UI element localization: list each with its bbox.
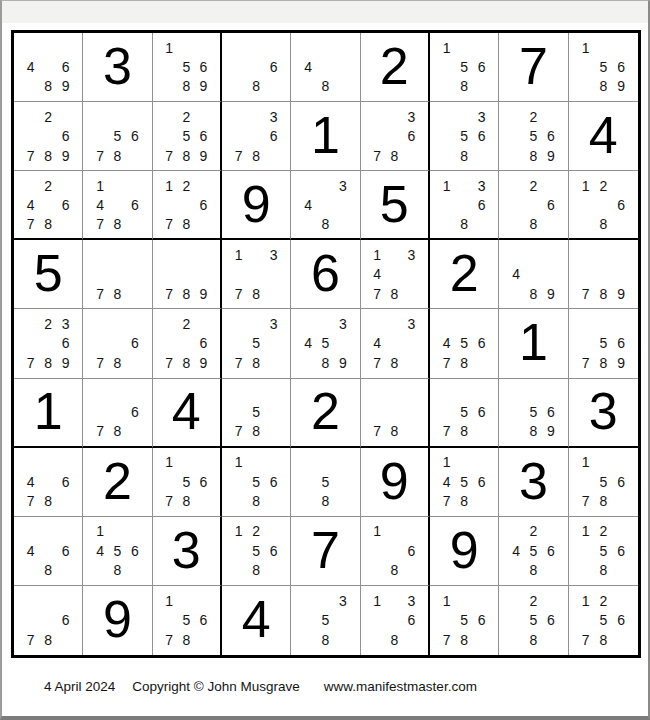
candidate-8: 8 xyxy=(178,491,195,510)
candidate-grid: 268 xyxy=(499,171,567,238)
candidate-8: 8 xyxy=(386,146,403,165)
cell-r6c9[interactable]: 3 xyxy=(569,379,638,448)
candidate-grid: 24568 xyxy=(499,517,567,585)
cell-r2c1[interactable]: 26789 xyxy=(14,102,83,171)
candidate-9: 9 xyxy=(612,77,630,96)
candidate-8: 8 xyxy=(594,561,612,580)
given-digit: 5 xyxy=(380,178,409,230)
candidate-grid: 14678 xyxy=(83,171,151,238)
candidate-3: 3 xyxy=(334,314,351,333)
candidate-8: 8 xyxy=(455,214,472,233)
given-digit: 4 xyxy=(589,109,618,161)
cell-r3c1[interactable]: 24678 xyxy=(14,171,83,240)
cell-r9c2[interactable]: 9 xyxy=(83,586,152,655)
candidate-grid: 25689 xyxy=(499,102,567,170)
candidate-8: 8 xyxy=(247,422,264,441)
cell-r3c7[interactable]: 1368 xyxy=(430,171,499,240)
candidate-grid: 12568 xyxy=(222,517,290,585)
candidate-grid: 5689 xyxy=(499,379,567,446)
candidate-grid: 26789 xyxy=(153,309,220,377)
candidate-grid: 1568 xyxy=(430,33,498,101)
candidate-5: 5 xyxy=(455,334,472,353)
given-digit: 3 xyxy=(519,455,548,507)
candidate-6: 6 xyxy=(473,126,490,145)
cell-r4c9[interactable]: 789 xyxy=(569,240,638,309)
candidate-6: 6 xyxy=(57,195,74,214)
candidate-4: 4 xyxy=(22,195,39,214)
candidate-9: 9 xyxy=(542,146,559,165)
candidate-6: 6 xyxy=(57,611,74,631)
candidate-6: 6 xyxy=(195,334,212,353)
candidate-7: 7 xyxy=(369,422,386,441)
candidate-8: 8 xyxy=(39,146,56,165)
cell-r7c5[interactable]: 58 xyxy=(291,448,360,517)
cell-r8c4[interactable]: 12568 xyxy=(222,517,291,586)
candidate-1: 1 xyxy=(161,38,178,57)
cell-r1c3[interactable]: 15689 xyxy=(153,33,222,102)
candidate-8: 8 xyxy=(247,353,264,372)
cell-r5c7[interactable]: 45678 xyxy=(430,309,499,378)
candidate-grid: 678 xyxy=(83,309,151,377)
candidate-5: 5 xyxy=(317,472,334,491)
candidate-6: 6 xyxy=(542,403,559,422)
cell-r6c7[interactable]: 5678 xyxy=(430,379,499,448)
candidate-grid: 168 xyxy=(361,517,428,585)
given-digit: 3 xyxy=(103,40,132,92)
candidate-grid: 1568 xyxy=(222,448,290,516)
cell-r1c7[interactable]: 1568 xyxy=(430,33,499,102)
candidate-7: 7 xyxy=(22,630,39,650)
candidate-5: 5 xyxy=(455,403,472,422)
candidate-grid: 145678 xyxy=(430,448,498,516)
candidate-7: 7 xyxy=(369,284,386,303)
cell-r4c7[interactable]: 2 xyxy=(430,240,499,309)
candidate-grid: 489 xyxy=(499,240,567,308)
candidate-1: 1 xyxy=(577,176,595,195)
candidate-8: 8 xyxy=(455,146,472,165)
cell-r5c1[interactable]: 236789 xyxy=(14,309,83,378)
cell-r7c3[interactable]: 15678 xyxy=(153,448,222,517)
candidate-9: 9 xyxy=(195,77,212,96)
candidate-2: 2 xyxy=(178,107,195,126)
candidate-9: 9 xyxy=(195,353,212,372)
given-digit: 2 xyxy=(103,455,132,507)
cell-r4c5[interactable]: 6 xyxy=(291,240,360,309)
candidate-6: 6 xyxy=(265,541,282,560)
candidate-grid: 5678 xyxy=(430,379,498,446)
candidate-8: 8 xyxy=(594,214,612,233)
candidate-6: 6 xyxy=(612,195,630,214)
candidate-5: 5 xyxy=(317,611,334,631)
cell-r9c1[interactable]: 678 xyxy=(14,586,83,655)
candidate-4: 4 xyxy=(299,57,316,76)
cell-r4c6[interactable]: 13478 xyxy=(361,240,430,309)
candidate-8: 8 xyxy=(39,353,56,372)
candidate-6: 6 xyxy=(265,472,282,491)
candidate-1: 1 xyxy=(577,522,595,541)
candidate-8: 8 xyxy=(247,561,264,580)
candidate-6: 6 xyxy=(473,472,490,491)
cell-r8c7[interactable]: 9 xyxy=(430,517,499,586)
candidate-grid: 789 xyxy=(569,240,638,308)
candidate-grid: 48 xyxy=(291,33,359,101)
candidate-6: 6 xyxy=(473,195,490,214)
cell-r7c6[interactable]: 9 xyxy=(361,448,430,517)
candidate-8: 8 xyxy=(594,353,612,372)
candidate-6: 6 xyxy=(126,334,143,353)
candidate-grid: 125678 xyxy=(569,586,638,655)
given-digit: 7 xyxy=(311,524,340,576)
candidate-2: 2 xyxy=(39,107,56,126)
candidate-3: 3 xyxy=(265,314,282,333)
candidate-6: 6 xyxy=(126,541,143,560)
candidate-8: 8 xyxy=(317,630,334,650)
candidate-4: 4 xyxy=(299,195,316,214)
cell-r6c8[interactable]: 5689 xyxy=(499,379,568,448)
candidate-7: 7 xyxy=(91,146,108,165)
cell-r3c6[interactable]: 5 xyxy=(361,171,430,240)
candidate-6: 6 xyxy=(473,334,490,353)
candidate-2: 2 xyxy=(594,591,612,611)
candidate-6: 6 xyxy=(542,611,559,631)
candidate-5: 5 xyxy=(455,126,472,145)
cell-r1c8[interactable]: 7 xyxy=(499,33,568,102)
given-digit: 2 xyxy=(380,40,409,92)
cell-r2c5[interactable]: 1 xyxy=(291,102,360,171)
candidate-5: 5 xyxy=(455,57,472,76)
candidate-7: 7 xyxy=(22,214,39,233)
candidate-1: 1 xyxy=(161,453,178,472)
cell-r9c9[interactable]: 125678 xyxy=(569,586,638,655)
candidate-4: 4 xyxy=(507,265,524,284)
candidate-grid: 14568 xyxy=(83,517,151,585)
candidate-7: 7 xyxy=(161,630,178,650)
candidate-7: 7 xyxy=(22,353,39,372)
candidate-8: 8 xyxy=(594,491,612,510)
candidate-9: 9 xyxy=(57,353,74,372)
candidate-6: 6 xyxy=(57,472,74,491)
cell-r3c8[interactable]: 268 xyxy=(499,171,568,240)
cell-r2c7[interactable]: 3568 xyxy=(430,102,499,171)
cell-r6c3[interactable]: 4 xyxy=(153,379,222,448)
candidate-7: 7 xyxy=(91,284,108,303)
candidate-7: 7 xyxy=(22,491,39,510)
cell-r1c2[interactable]: 3 xyxy=(83,33,152,102)
candidate-7: 7 xyxy=(91,353,108,372)
candidate-8: 8 xyxy=(386,630,403,650)
candidate-7: 7 xyxy=(91,422,108,441)
candidate-grid: 78 xyxy=(361,379,428,446)
candidate-6: 6 xyxy=(57,57,74,76)
candidate-9: 9 xyxy=(542,422,559,441)
cell-r4c2[interactable]: 78 xyxy=(83,240,152,309)
cell-r6c6[interactable]: 78 xyxy=(361,379,430,448)
cell-r5c8[interactable]: 1 xyxy=(499,309,568,378)
cell-r1c9[interactable]: 15689 xyxy=(569,33,638,102)
cell-r6c5[interactable]: 2 xyxy=(291,379,360,448)
given-digit: 1 xyxy=(311,109,340,161)
candidate-8: 8 xyxy=(247,491,264,510)
candidate-4: 4 xyxy=(299,334,316,353)
candidate-5: 5 xyxy=(178,472,195,491)
candidate-7: 7 xyxy=(577,284,595,303)
candidate-grid: 3678 xyxy=(222,102,290,170)
candidate-8: 8 xyxy=(109,353,126,372)
cell-r6c2[interactable]: 678 xyxy=(83,379,152,448)
candidate-5: 5 xyxy=(247,472,264,491)
candidate-grid: 2568 xyxy=(499,586,567,655)
candidate-7: 7 xyxy=(438,353,455,372)
candidate-grid: 358 xyxy=(291,586,359,655)
candidate-8: 8 xyxy=(455,630,472,650)
given-digit: 9 xyxy=(103,593,132,645)
cell-r9c6[interactable]: 1368 xyxy=(361,586,430,655)
candidate-5: 5 xyxy=(594,472,612,491)
candidate-7: 7 xyxy=(22,146,39,165)
candidate-8: 8 xyxy=(39,214,56,233)
candidate-grid: 348 xyxy=(291,171,359,238)
candidate-5: 5 xyxy=(525,403,542,422)
candidate-7: 7 xyxy=(230,353,247,372)
candidate-grid: 5678 xyxy=(83,102,151,170)
cell-r7c2[interactable]: 2 xyxy=(83,448,152,517)
candidate-3: 3 xyxy=(473,107,490,126)
candidate-5: 5 xyxy=(109,126,126,145)
candidate-1: 1 xyxy=(369,591,386,611)
candidate-4: 4 xyxy=(438,334,455,353)
given-digit: 2 xyxy=(450,247,479,299)
cell-r3c3[interactable]: 12678 xyxy=(153,171,222,240)
cell-r9c4[interactable]: 4 xyxy=(222,586,291,655)
candidate-5: 5 xyxy=(594,57,612,76)
candidate-1: 1 xyxy=(369,245,386,264)
candidate-8: 8 xyxy=(247,146,264,165)
cell-r5c6[interactable]: 3478 xyxy=(361,309,430,378)
given-digit: 3 xyxy=(589,385,618,437)
candidate-8: 8 xyxy=(525,422,542,441)
candidate-7: 7 xyxy=(91,214,108,233)
cell-r2c3[interactable]: 256789 xyxy=(153,102,222,171)
candidate-grid: 4689 xyxy=(14,33,82,101)
given-digit: 9 xyxy=(450,524,479,576)
candidate-9: 9 xyxy=(57,77,74,96)
candidate-8: 8 xyxy=(386,353,403,372)
cell-r4c3[interactable]: 789 xyxy=(153,240,222,309)
candidate-1: 1 xyxy=(161,591,178,611)
cell-r9c3[interactable]: 15678 xyxy=(153,586,222,655)
cell-r8c8[interactable]: 24568 xyxy=(499,517,568,586)
candidate-3: 3 xyxy=(265,107,282,126)
candidate-6: 6 xyxy=(265,126,282,145)
candidate-1: 1 xyxy=(438,591,455,611)
candidate-8: 8 xyxy=(455,353,472,372)
candidate-6: 6 xyxy=(57,541,74,560)
candidate-grid: 1378 xyxy=(222,240,290,308)
cell-r1c1[interactable]: 4689 xyxy=(14,33,83,102)
candidate-4: 4 xyxy=(22,472,39,491)
given-digit: 5 xyxy=(34,247,63,299)
cell-r8c5[interactable]: 7 xyxy=(291,517,360,586)
cell-r4c4[interactable]: 1378 xyxy=(222,240,291,309)
cell-r2c6[interactable]: 3678 xyxy=(361,102,430,171)
candidate-5: 5 xyxy=(594,611,612,631)
given-digit: 4 xyxy=(172,385,201,437)
candidate-grid: 578 xyxy=(222,379,290,446)
cell-r6c4[interactable]: 578 xyxy=(222,379,291,448)
candidate-grid: 12568 xyxy=(569,517,638,585)
cell-r8c6[interactable]: 168 xyxy=(361,517,430,586)
footer-website: www.manifestmaster.com xyxy=(324,679,477,694)
cell-r1c4[interactable]: 68 xyxy=(222,33,291,102)
candidate-7: 7 xyxy=(230,146,247,165)
candidate-6: 6 xyxy=(542,195,559,214)
cell-r8c2[interactable]: 14568 xyxy=(83,517,152,586)
cell-r3c5[interactable]: 348 xyxy=(291,171,360,240)
cell-r7c7[interactable]: 145678 xyxy=(430,448,499,517)
candidate-8: 8 xyxy=(525,146,542,165)
candidate-8: 8 xyxy=(317,77,334,96)
candidate-8: 8 xyxy=(594,77,612,96)
candidate-6: 6 xyxy=(473,57,490,76)
candidate-8: 8 xyxy=(525,561,542,580)
candidate-9: 9 xyxy=(542,284,559,303)
candidate-8: 8 xyxy=(39,77,56,96)
candidate-7: 7 xyxy=(230,422,247,441)
candidate-5: 5 xyxy=(594,334,612,353)
candidate-grid: 3568 xyxy=(430,102,498,170)
candidate-grid: 78 xyxy=(83,240,151,308)
candidate-8: 8 xyxy=(594,284,612,303)
candidate-6: 6 xyxy=(403,126,420,145)
candidate-2: 2 xyxy=(594,176,612,195)
cell-r3c4[interactable]: 9 xyxy=(222,171,291,240)
cell-r5c5[interactable]: 34589 xyxy=(291,309,360,378)
cell-r5c3[interactable]: 26789 xyxy=(153,309,222,378)
candidate-8: 8 xyxy=(178,353,195,372)
candidate-1: 1 xyxy=(91,176,108,195)
sudoku-board: 4689315689684821568715689267895678256789… xyxy=(11,30,641,658)
candidate-4: 4 xyxy=(22,57,39,76)
candidate-6: 6 xyxy=(57,334,74,353)
candidate-grid: 15678 xyxy=(569,448,638,516)
candidate-8: 8 xyxy=(247,284,264,303)
candidate-7: 7 xyxy=(438,422,455,441)
cell-r8c9[interactable]: 12568 xyxy=(569,517,638,586)
cell-r4c8[interactable]: 489 xyxy=(499,240,568,309)
cell-r7c1[interactable]: 4678 xyxy=(14,448,83,517)
candidate-6: 6 xyxy=(126,195,143,214)
cell-r7c8[interactable]: 3 xyxy=(499,448,568,517)
candidate-5: 5 xyxy=(455,611,472,631)
puzzle-page: 4689315689684821568715689267895678256789… xyxy=(0,0,650,720)
candidate-9: 9 xyxy=(612,284,630,303)
cell-r1c5[interactable]: 48 xyxy=(291,33,360,102)
cell-r9c5[interactable]: 358 xyxy=(291,586,360,655)
cell-r5c2[interactable]: 678 xyxy=(83,309,152,378)
candidate-5: 5 xyxy=(525,611,542,631)
given-digit: 1 xyxy=(34,385,63,437)
candidate-7: 7 xyxy=(577,630,595,650)
cell-r7c9[interactable]: 15678 xyxy=(569,448,638,517)
candidate-6: 6 xyxy=(473,611,490,631)
cell-r8c1[interactable]: 468 xyxy=(14,517,83,586)
candidate-9: 9 xyxy=(334,353,351,372)
candidate-8: 8 xyxy=(455,422,472,441)
cell-r5c4[interactable]: 3578 xyxy=(222,309,291,378)
cell-r5c9[interactable]: 56789 xyxy=(569,309,638,378)
candidate-8: 8 xyxy=(525,630,542,650)
candidate-grid: 15678 xyxy=(153,448,220,516)
candidate-8: 8 xyxy=(109,561,126,580)
candidate-2: 2 xyxy=(39,314,56,333)
cell-r2c9[interactable]: 4 xyxy=(569,102,638,171)
candidate-3: 3 xyxy=(334,176,351,195)
cell-r9c7[interactable]: 15678 xyxy=(430,586,499,655)
candidate-5: 5 xyxy=(178,611,195,631)
candidate-6: 6 xyxy=(57,126,74,145)
candidate-8: 8 xyxy=(39,630,56,650)
cell-r3c2[interactable]: 14678 xyxy=(83,171,152,240)
candidate-2: 2 xyxy=(594,522,612,541)
candidate-grid: 1368 xyxy=(361,586,428,655)
candidate-5: 5 xyxy=(247,541,264,560)
candidate-7: 7 xyxy=(161,284,178,303)
candidate-4: 4 xyxy=(91,541,108,560)
cell-r4c1[interactable]: 5 xyxy=(14,240,83,309)
cell-r7c4[interactable]: 1568 xyxy=(222,448,291,517)
candidate-9: 9 xyxy=(195,284,212,303)
cell-r9c8[interactable]: 2568 xyxy=(499,586,568,655)
candidate-5: 5 xyxy=(178,57,195,76)
candidate-8: 8 xyxy=(525,214,542,233)
given-digit: 9 xyxy=(380,455,409,507)
candidate-6: 6 xyxy=(612,541,630,560)
candidate-grid: 678 xyxy=(14,586,82,655)
candidate-8: 8 xyxy=(594,630,612,650)
candidate-grid: 678 xyxy=(83,379,151,446)
candidate-2: 2 xyxy=(178,314,195,333)
cell-r6c1[interactable]: 1 xyxy=(14,379,83,448)
candidate-grid: 34589 xyxy=(291,309,359,377)
candidate-3: 3 xyxy=(265,245,282,264)
candidate-2: 2 xyxy=(247,522,264,541)
candidate-1: 1 xyxy=(577,591,595,611)
candidate-6: 6 xyxy=(126,403,143,422)
candidate-7: 7 xyxy=(438,630,455,650)
given-digit: 9 xyxy=(242,178,271,230)
cell-r3c9[interactable]: 1268 xyxy=(569,171,638,240)
cell-r8c3[interactable]: 3 xyxy=(153,517,222,586)
candidate-6: 6 xyxy=(612,611,630,631)
candidate-6: 6 xyxy=(403,611,420,631)
cell-r2c4[interactable]: 3678 xyxy=(222,102,291,171)
candidate-6: 6 xyxy=(473,403,490,422)
candidate-1: 1 xyxy=(91,522,108,541)
candidate-5: 5 xyxy=(109,541,126,560)
cell-r1c6[interactable]: 2 xyxy=(361,33,430,102)
candidate-8: 8 xyxy=(178,214,195,233)
candidate-1: 1 xyxy=(230,522,247,541)
candidate-4: 4 xyxy=(369,334,386,353)
cell-r2c2[interactable]: 5678 xyxy=(83,102,152,171)
candidate-8: 8 xyxy=(178,284,195,303)
candidate-grid: 15689 xyxy=(569,33,638,101)
candidate-6: 6 xyxy=(195,195,212,214)
candidate-7: 7 xyxy=(438,491,455,510)
candidate-8: 8 xyxy=(455,77,472,96)
cell-r2c8[interactable]: 25689 xyxy=(499,102,568,171)
candidate-9: 9 xyxy=(612,353,630,372)
